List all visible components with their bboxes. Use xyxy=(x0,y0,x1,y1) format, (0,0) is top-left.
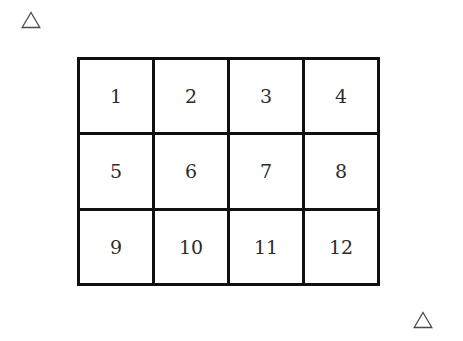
grid-cell[interactable]: 4 xyxy=(305,60,377,132)
diagram-canvas: 1 2 3 4 5 6 7 8 9 10 11 12 xyxy=(0,0,463,341)
grid-cell[interactable]: 12 xyxy=(305,211,377,283)
grid-cell[interactable]: 6 xyxy=(155,135,227,207)
triangle-icon xyxy=(413,311,433,329)
grid-cell[interactable]: 3 xyxy=(230,60,302,132)
grid-cell[interactable]: 7 xyxy=(230,135,302,207)
grid-cell[interactable]: 5 xyxy=(80,135,152,207)
grid-cell[interactable]: 1 xyxy=(80,60,152,132)
grid-cell[interactable]: 9 xyxy=(80,211,152,283)
triangle-icon xyxy=(21,11,41,29)
grid-cell[interactable]: 11 xyxy=(230,211,302,283)
grid-cell[interactable]: 2 xyxy=(155,60,227,132)
grid-cell[interactable]: 10 xyxy=(155,211,227,283)
grid-cell[interactable]: 8 xyxy=(305,135,377,207)
numbered-grid-board: 1 2 3 4 5 6 7 8 9 10 11 12 xyxy=(77,57,380,286)
